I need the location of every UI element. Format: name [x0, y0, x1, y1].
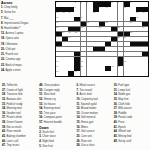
grid-cell[interactable]: 15: [93, 12, 99, 17]
grid-cell[interactable]: [136, 22, 142, 27]
grid-cell[interactable]: [124, 66, 130, 71]
grid-cell[interactable]: [124, 47, 130, 52]
clue: 37. Pirate's drink: [2, 117, 36, 120]
clue-number: 1.: [1, 6, 4, 9]
block-cell: [56, 32, 62, 37]
grid-cell[interactable]: [130, 52, 136, 57]
grid-cell[interactable]: [118, 42, 124, 47]
grid-cell[interactable]: 5: [111, 2, 117, 7]
grid-cell[interactable]: [87, 71, 93, 76]
clue: 45. Mining find: [114, 136, 148, 139]
grid-cell[interactable]: [81, 42, 87, 47]
grid-cell[interactable]: 6: [118, 2, 124, 7]
clue: 36. Cloth fold: [114, 104, 148, 107]
grid-cell[interactable]: [93, 66, 99, 71]
grid-cell[interactable]: 11: [124, 7, 130, 12]
grid-cell[interactable]: [136, 37, 142, 42]
clue-number: 36.: [114, 103, 118, 106]
grid-cell[interactable]: [93, 57, 99, 62]
grid-cell[interactable]: [68, 61, 74, 66]
block-cell: [93, 2, 99, 7]
clue: 18. Opera solo: [1, 38, 52, 41]
clue: 12. Bread maker: [77, 108, 111, 111]
grid-cell[interactable]: 13: [62, 12, 68, 17]
cell-number: 43: [56, 51, 58, 53]
grid-cell[interactable]: [62, 22, 68, 27]
cell-number: 9: [99, 7, 100, 9]
clue-number: 34.: [2, 107, 6, 110]
clue: 20. Chili pot: [1, 49, 52, 52]
grid-cell[interactable]: [87, 61, 93, 66]
grid-cell[interactable]: 57: [118, 66, 124, 71]
grid-cell[interactable]: [62, 52, 68, 57]
clue-number: 26.: [77, 140, 81, 143]
cell-number: 54: [56, 66, 58, 68]
grid-cell[interactable]: [124, 71, 130, 76]
grid-cell[interactable]: [130, 7, 136, 12]
grid-cell[interactable]: [93, 27, 99, 32]
clue: 25. Toffee bit: [2, 85, 36, 88]
block-cell: [105, 66, 111, 71]
grid-cell[interactable]: [99, 66, 105, 71]
grid-cell[interactable]: [87, 47, 93, 52]
grid-cell[interactable]: 41: [130, 47, 136, 52]
grid-cell[interactable]: [136, 27, 142, 32]
grid-cell[interactable]: [74, 37, 80, 42]
grid-cell[interactable]: [142, 37, 148, 42]
cell-number: 11: [124, 7, 126, 9]
grid-cell[interactable]: [87, 42, 93, 47]
clue: 12. Actress Lupino: [1, 33, 52, 36]
grid-cell[interactable]: [111, 12, 117, 17]
grid-cell[interactable]: [68, 57, 74, 62]
grid-cell[interactable]: [130, 57, 136, 62]
grid-cell[interactable]: [62, 17, 68, 22]
clue-number: 30.: [114, 84, 118, 87]
clue: 52. Sheep cry: [39, 99, 73, 102]
down-header: Down: [39, 127, 73, 131]
grid-cell[interactable]: [105, 71, 111, 76]
grid-cell[interactable]: [99, 32, 105, 37]
grid-cell[interactable]: [130, 12, 136, 17]
grid-cell[interactable]: [105, 27, 111, 32]
cell-number: 59: [75, 71, 77, 73]
grid-cell[interactable]: [111, 47, 117, 52]
clue-number: 24.: [1, 69, 5, 72]
grid-cell[interactable]: [142, 2, 148, 7]
grid-cell[interactable]: 22: [87, 22, 93, 27]
cell-number: 33: [130, 32, 132, 34]
clue-number: 9.: [1, 27, 4, 30]
grid-cell[interactable]: 30: [62, 32, 68, 37]
grid-cell[interactable]: 50: [142, 57, 148, 62]
clue-number: 46.: [2, 140, 6, 143]
cell-number: 37: [62, 41, 64, 43]
across-clues-column: Across 1. Chop finely5. Guitar kin7. Mai…: [1, 2, 52, 82]
clue-number: 28.: [77, 144, 81, 147]
clue: 40. Frost: [114, 122, 148, 125]
clue: 42. River mouth: [2, 131, 36, 134]
clue-number: 55.: [39, 112, 43, 115]
block-cell: [142, 42, 148, 47]
block-cell: [111, 27, 117, 32]
grid-cell[interactable]: [105, 52, 111, 57]
cell-number: 51: [56, 61, 58, 63]
clue-number: 50.: [39, 89, 43, 92]
grid-cell[interactable]: [99, 12, 105, 17]
grid-cell[interactable]: [81, 7, 87, 12]
clue: 46. Lion's call: [2, 141, 36, 144]
grid-cell[interactable]: [68, 52, 74, 57]
grid-cell[interactable]: [93, 37, 99, 42]
clue-number: 43.: [2, 135, 6, 138]
grid-cell[interactable]: [118, 7, 124, 12]
cell-number: 30: [62, 32, 64, 34]
grid-cell[interactable]: 32: [74, 32, 80, 37]
cell-number: 27: [99, 27, 101, 29]
block-cell: [74, 57, 80, 62]
grid-cell[interactable]: [105, 12, 111, 17]
cell-number: 8: [75, 7, 76, 9]
grid-cell[interactable]: [81, 71, 87, 76]
grid-cell[interactable]: 9: [99, 7, 105, 12]
grid-cell[interactable]: [111, 52, 117, 57]
clue: 33. Field of study: [2, 104, 36, 107]
cell-number: 29: [142, 27, 144, 29]
clue-number: 38.: [114, 112, 118, 115]
clue: 4. Night bird: [39, 141, 73, 144]
grid-cell[interactable]: [62, 71, 68, 76]
clue: 8. Impressionist Degas: [1, 23, 52, 26]
clue: 7. Mai ___: [1, 18, 52, 21]
grid-cell[interactable]: 10: [105, 7, 111, 12]
clue-number: 52.: [39, 98, 43, 101]
grid-cell[interactable]: [142, 17, 148, 22]
grid-cell[interactable]: [142, 66, 148, 71]
clue: 51. Wise bird: [39, 94, 73, 97]
clue-number: 3.: [39, 135, 42, 138]
cell-number: 41: [130, 46, 132, 48]
cell-number: 15: [93, 12, 95, 14]
clue: 15. Horse gait: [77, 122, 111, 125]
grid-cell[interactable]: [111, 57, 117, 62]
cell-number: 26: [81, 27, 83, 29]
cell-number: 42: [136, 46, 138, 48]
grid-cell[interactable]: 25: [56, 27, 62, 32]
grid-cell[interactable]: [136, 32, 142, 37]
clue-number: 12.: [1, 32, 5, 35]
grid-cell[interactable]: [142, 61, 148, 66]
grid-cell[interactable]: [118, 47, 124, 52]
cell-number: 16: [136, 12, 138, 14]
grid-cell[interactable]: [130, 61, 136, 66]
clue: 38. Desert haven: [2, 122, 36, 125]
cell-number: 20: [136, 17, 138, 19]
clue: 47. Tiny insect: [2, 145, 36, 148]
clue: 22. Cinema sign: [1, 59, 52, 62]
cell-number: 40: [105, 46, 107, 48]
grid-cell[interactable]: [87, 37, 93, 42]
grid-cell[interactable]: [105, 32, 111, 37]
cell-number: 46: [99, 51, 101, 53]
clue: 56. Compass point: [39, 117, 73, 120]
grid-cell[interactable]: [99, 42, 105, 47]
clue: 32. Banana skin: [2, 99, 36, 102]
grid-cell[interactable]: [93, 61, 99, 66]
grid-cell[interactable]: [111, 22, 117, 27]
clue-number: 7.: [1, 17, 4, 20]
grid-cell[interactable]: 46: [99, 52, 105, 57]
grid-cell[interactable]: [74, 22, 80, 27]
grid-cell[interactable]: 3: [81, 2, 87, 7]
cell-number: 49: [124, 56, 126, 58]
block-cell: [74, 52, 80, 57]
grid-cell[interactable]: [56, 37, 62, 42]
grid-cell[interactable]: [87, 12, 93, 17]
grid-cell[interactable]: 35: [118, 37, 124, 42]
grid-cell[interactable]: [124, 12, 130, 17]
grid-cell[interactable]: [87, 52, 93, 57]
clue-number: 9.: [77, 93, 80, 96]
crossword-puzzle-page: { "game": "crossword", "grid": {"rows": …: [0, 0, 150, 150]
cell-number: 44: [81, 51, 83, 53]
grid-cell[interactable]: [62, 61, 68, 66]
clue-number: 13.: [77, 112, 81, 115]
grid-cell[interactable]: 42: [136, 47, 142, 52]
grid-cell[interactable]: 4: [87, 2, 93, 7]
cell-number: 23: [105, 22, 107, 24]
cell-number: 50: [142, 56, 144, 58]
grid-cell[interactable]: [68, 2, 74, 7]
grid-cell[interactable]: [68, 17, 74, 22]
grid-cell[interactable]: 45: [93, 52, 99, 57]
grid-cell[interactable]: [99, 37, 105, 42]
grid-cell[interactable]: [124, 27, 130, 32]
clue: 21. Puzzle out: [1, 54, 52, 57]
grid-cell[interactable]: 20: [136, 17, 142, 22]
grid-cell[interactable]: [99, 57, 105, 62]
grid-cell[interactable]: [142, 32, 148, 37]
grid-cell[interactable]: [118, 52, 124, 57]
grid-cell[interactable]: [62, 57, 68, 62]
clue: 17. Salt source: [77, 131, 111, 134]
grid-cell[interactable]: [105, 61, 111, 66]
cell-number: 5: [112, 2, 113, 4]
cell-number: 39: [56, 46, 58, 48]
grid-cell[interactable]: [99, 17, 105, 22]
clue-number: 25.: [77, 135, 81, 138]
grid-cell[interactable]: [68, 22, 74, 27]
grid-cell[interactable]: 17: [142, 12, 148, 17]
clue-number: 29.: [2, 93, 6, 96]
clue-number: 7.: [77, 89, 80, 92]
grid-cell[interactable]: [93, 42, 99, 47]
grid-cell[interactable]: [68, 66, 74, 71]
grid-cell[interactable]: [93, 32, 99, 37]
grid-cell[interactable]: [124, 42, 130, 47]
clue: 5. Guitar kin: [1, 12, 52, 15]
grid-cell[interactable]: 40: [105, 47, 111, 52]
grid-cell[interactable]: [74, 47, 80, 52]
grid-cell[interactable]: 8: [74, 7, 80, 12]
clue-number: 42.: [2, 130, 6, 133]
clue-number: 11.: [77, 103, 81, 106]
grid-cell[interactable]: 29: [142, 27, 148, 32]
grid-cell[interactable]: [124, 22, 130, 27]
clue-number: 34.: [114, 93, 118, 96]
grid-cell[interactable]: 36: [124, 37, 130, 42]
grid-cell[interactable]: 55: [81, 66, 87, 71]
grid-cell[interactable]: [111, 17, 117, 22]
clue: 1. Chop finely: [1, 7, 52, 10]
clue-number: 16.: [77, 126, 81, 129]
grid-cell[interactable]: [136, 61, 142, 66]
grid-cell[interactable]: [74, 42, 80, 47]
grid-cell[interactable]: [118, 17, 124, 22]
clue-number: 53.: [39, 103, 43, 106]
grid-cell[interactable]: [130, 71, 136, 76]
cell-number: 22: [87, 22, 89, 24]
grid-cell[interactable]: 19: [81, 17, 87, 22]
grid-cell[interactable]: [93, 71, 99, 76]
grid-cell[interactable]: [87, 32, 93, 37]
grid-cell[interactable]: 27: [99, 27, 105, 32]
clue-number: 36.: [2, 112, 6, 115]
grid-cell[interactable]: [136, 66, 142, 71]
grid-cell[interactable]: [62, 66, 68, 71]
grid-cell[interactable]: 14: [68, 12, 74, 17]
clue-number: 2.: [39, 131, 42, 134]
cell-number: 53: [124, 61, 126, 63]
clue: 11. Spanish gold: [77, 104, 111, 107]
cell-number: 13: [62, 12, 64, 14]
grid-cell[interactable]: [118, 71, 124, 76]
clue: 49. Sticky stuff: [114, 141, 148, 144]
clue-number: 44.: [114, 130, 118, 133]
cell-number: 52: [81, 61, 83, 63]
grid-cell[interactable]: [81, 32, 87, 37]
clue-number: 27.: [2, 89, 6, 92]
grid-cell[interactable]: [74, 12, 80, 17]
cell-number: 28: [118, 27, 120, 29]
clue-number: 39.: [114, 116, 118, 119]
block-cell: [74, 17, 80, 22]
clue: 30. Fuel type: [114, 85, 148, 88]
clue: 34. Noble gas: [114, 94, 148, 97]
clue: 25. Corn unit: [77, 136, 111, 139]
clue-number: 57.: [39, 121, 43, 124]
clue-number: 49.: [114, 140, 118, 143]
clue: 5. Vine fruit: [39, 146, 73, 149]
grid-cell[interactable]: [136, 52, 142, 57]
cell-number: 38: [112, 41, 114, 43]
cell-number: 21: [56, 22, 58, 24]
clue: 24. Apple center: [1, 70, 52, 73]
grid-cell[interactable]: [99, 61, 105, 66]
clue-number: 18.: [1, 37, 5, 40]
clue: 26. Rain unit: [77, 141, 111, 144]
grid-cell[interactable]: [136, 2, 142, 7]
clue-number: 5.: [1, 11, 4, 14]
cell-number: 2: [75, 2, 76, 4]
clue-number: 51.: [39, 93, 43, 96]
grid-cell[interactable]: [81, 37, 87, 42]
clue: 9. Arctic bird: [77, 94, 111, 97]
grid-cell[interactable]: 33: [130, 32, 136, 37]
grid-cell[interactable]: [111, 32, 117, 37]
clue-number: 37.: [2, 116, 6, 119]
grid-cell[interactable]: [142, 47, 148, 52]
grid-cell[interactable]: [87, 66, 93, 71]
grid-cell[interactable]: [130, 37, 136, 42]
grid-cell[interactable]: [62, 47, 68, 52]
grid-cell[interactable]: 1: [56, 2, 62, 7]
grid-cell[interactable]: [105, 37, 111, 42]
grid-cell[interactable]: 28: [118, 27, 124, 32]
grid-cell[interactable]: 7: [130, 2, 136, 7]
grid-cell[interactable]: 26: [81, 27, 87, 32]
grid-cell[interactable]: 53: [124, 61, 130, 66]
grid-cell[interactable]: [87, 27, 93, 32]
cell-number: 47: [56, 56, 58, 58]
grid-cell[interactable]: [62, 2, 68, 7]
clue-number: 33.: [2, 103, 6, 106]
grid-cell[interactable]: [111, 7, 117, 12]
grid-cell[interactable]: 59: [74, 71, 80, 76]
grid-cell[interactable]: 34: [68, 37, 74, 42]
clue: 57. Harvest bundle: [39, 122, 73, 125]
clue-number: 41.: [114, 126, 118, 129]
grid-cell[interactable]: 58: [56, 71, 62, 76]
grid-cell[interactable]: [93, 22, 99, 27]
cell-number: 24: [130, 22, 132, 24]
clue-number: 56.: [39, 116, 43, 119]
grid-cell[interactable]: [87, 57, 93, 62]
cell-number: 56: [112, 66, 114, 68]
grid-cell[interactable]: [136, 57, 142, 62]
grid-cell[interactable]: 23: [105, 22, 111, 27]
grid-cell[interactable]: 37: [62, 42, 68, 47]
grid-cell[interactable]: [136, 71, 142, 76]
clue: 10. Carpentry tool: [77, 99, 111, 102]
grid-cell[interactable]: [105, 57, 111, 62]
grid-cell[interactable]: 56: [111, 66, 117, 71]
grid-cell[interactable]: [142, 71, 148, 76]
grid-cell[interactable]: [118, 12, 124, 17]
grid-cell[interactable]: [124, 17, 130, 22]
grid-cell[interactable]: 24: [130, 22, 136, 27]
grid-cell[interactable]: [68, 47, 74, 52]
grid-cell[interactable]: [87, 7, 93, 12]
grid-cell[interactable]: [68, 42, 74, 47]
bottom-clues-columns: 25. Toffee bit27. Crown of light29. Trea…: [2, 85, 148, 149]
grid-cell[interactable]: [93, 17, 99, 22]
clue-number: 38.: [2, 121, 6, 124]
clue: 28. Use a chair: [77, 145, 111, 148]
clue: 34. Morning mist: [2, 108, 36, 111]
grid-cell[interactable]: [111, 71, 117, 76]
clue: 6. Metal source: [77, 85, 111, 88]
clue-number: 21.: [1, 53, 5, 56]
clue-number: 20.: [1, 48, 5, 51]
cell-number: 12: [56, 12, 58, 14]
clue-number: 5.: [39, 145, 42, 148]
grid-cell[interactable]: 38: [111, 42, 117, 47]
grid-cell[interactable]: [99, 71, 105, 76]
clue-number: 22.: [1, 58, 5, 61]
clue-number: 15.: [77, 121, 81, 124]
grid-cell[interactable]: [130, 66, 136, 71]
